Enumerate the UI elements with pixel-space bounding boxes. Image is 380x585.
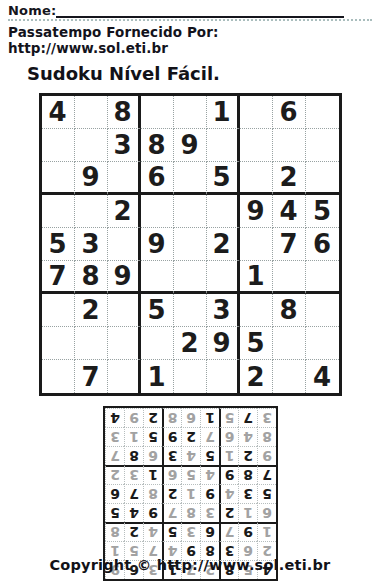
solution-cell: 9 <box>124 408 143 427</box>
solution-cell: 6 <box>200 522 219 541</box>
puzzle-cell[interactable]: 3 <box>207 294 240 327</box>
puzzle-cell[interactable]: 6 <box>273 96 306 129</box>
puzzle-cell[interactable] <box>273 360 306 393</box>
puzzle-cell[interactable] <box>174 162 207 195</box>
solution-cell: 8 <box>162 408 181 427</box>
solution-cell: 9 <box>200 484 219 503</box>
solution-cell: 7 <box>200 427 219 446</box>
solution-cell: 3 <box>238 484 257 503</box>
puzzle-cell[interactable] <box>174 294 207 327</box>
puzzle-cell[interactable] <box>240 129 273 162</box>
puzzle-cell[interactable] <box>240 228 273 261</box>
puzzle-cell[interactable] <box>141 96 174 129</box>
solution-cell: 6 <box>105 484 124 503</box>
puzzle-cell[interactable] <box>207 360 240 393</box>
puzzle-cell[interactable] <box>75 327 108 360</box>
puzzle-cell[interactable] <box>273 261 306 294</box>
puzzle-cell[interactable]: 3 <box>108 129 141 162</box>
puzzle-cell[interactable] <box>174 195 207 228</box>
page-header: Nome: Passatempo Fornecido Por: http://w… <box>0 0 380 56</box>
puzzle-cell[interactable] <box>42 195 75 228</box>
puzzle-cell[interactable]: 8 <box>273 294 306 327</box>
solution-cell: 6 <box>162 465 181 484</box>
puzzle-cell[interactable] <box>141 195 174 228</box>
solution-cell: 5 <box>162 522 181 541</box>
solution-cell: 8 <box>105 522 124 541</box>
puzzle-cell[interactable]: 9 <box>141 228 174 261</box>
solution-cell: 7 <box>162 503 181 522</box>
puzzle-cell[interactable] <box>108 162 141 195</box>
solution-cell: 7 <box>105 446 124 465</box>
solution-cell: 5 <box>105 503 124 522</box>
copyright-line: Copyright © http://www.sol.eti.br <box>0 557 380 573</box>
solution-cell: 6 <box>257 503 276 522</box>
puzzle-cell[interactable]: 6 <box>141 162 174 195</box>
solution-cell: 8 <box>238 465 257 484</box>
solution-cell: 8 <box>124 446 143 465</box>
puzzle-cell[interactable]: 2 <box>240 360 273 393</box>
solution-cell: 1 <box>219 446 238 465</box>
solution-cell: 4 <box>219 484 238 503</box>
puzzle-cell[interactable] <box>240 96 273 129</box>
puzzle-cell[interactable] <box>174 360 207 393</box>
puzzle-cell[interactable] <box>75 96 108 129</box>
puzzle-cell[interactable]: 8 <box>75 261 108 294</box>
solution-cell: 1 <box>257 522 276 541</box>
puzzle-cell[interactable] <box>207 129 240 162</box>
puzzle-cell[interactable] <box>306 162 339 195</box>
solution-cell: 6 <box>143 446 162 465</box>
dotted-divider <box>8 19 372 21</box>
solution-cell: 5 <box>257 484 276 503</box>
solution-cell: 2 <box>105 465 124 484</box>
puzzle-cell[interactable]: 2 <box>174 327 207 360</box>
solution-cell: 3 <box>257 408 276 427</box>
solution-cell: 4 <box>124 503 143 522</box>
solution-cell: 3 <box>124 465 143 484</box>
solution-cell: 1 <box>200 408 219 427</box>
solution-cell: 2 <box>162 484 181 503</box>
puzzle-cell[interactable] <box>141 327 174 360</box>
solution-cell: 9 <box>238 522 257 541</box>
puzzle-cell[interactable]: 1 <box>240 261 273 294</box>
puzzle-cell[interactable]: 9 <box>207 327 240 360</box>
sudoku-page: Nome: Passatempo Fornecido Por: http://w… <box>0 0 380 585</box>
solution-cell: 9 <box>143 503 162 522</box>
solution-cell: 7 <box>257 465 276 484</box>
puzzle-cell[interactable] <box>273 129 306 162</box>
puzzle-cell[interactable] <box>207 195 240 228</box>
solution-cell: 9 <box>162 427 181 446</box>
puzzle-cell[interactable]: 8 <box>108 96 141 129</box>
puzzle-cell[interactable] <box>240 294 273 327</box>
puzzle-cell[interactable]: 1 <box>207 96 240 129</box>
solution-cell: 8 <box>181 503 200 522</box>
solution-cell: 9 <box>257 446 276 465</box>
solution-cell: 7 <box>238 408 257 427</box>
solution-cell: 3 <box>105 427 124 446</box>
solution-cell: 4 <box>238 427 257 446</box>
puzzle-cell[interactable]: 4 <box>306 360 339 393</box>
name-fill-in-line[interactable] <box>56 3 344 18</box>
solution-cell: 2 <box>238 446 257 465</box>
puzzle-cell[interactable] <box>42 162 75 195</box>
puzzle-cell[interactable] <box>42 294 75 327</box>
puzzle-cell[interactable]: 9 <box>174 129 207 162</box>
provider-line: Passatempo Fornecido Por: http://www.sol… <box>8 24 372 56</box>
solution-cell: 7 <box>124 484 143 503</box>
puzzle-cell[interactable]: 2 <box>273 162 306 195</box>
solution-cell: 5 <box>143 427 162 446</box>
puzzle-cell[interactable]: 6 <box>306 228 339 261</box>
solution-cell: 6 <box>219 427 238 446</box>
name-label: Nome: <box>8 3 56 18</box>
puzzle-cell[interactable]: 5 <box>141 294 174 327</box>
puzzle-cell[interactable]: 4 <box>42 96 75 129</box>
solution-cell: 2 <box>219 503 238 522</box>
puzzle-cell[interactable] <box>42 360 75 393</box>
puzzle-cell[interactable]: 4 <box>273 195 306 228</box>
puzzle-cell[interactable] <box>141 261 174 294</box>
puzzle-cell[interactable] <box>306 294 339 327</box>
puzzle-cell[interactable]: 2 <box>75 294 108 327</box>
puzzle-cell[interactable]: 8 <box>141 129 174 162</box>
puzzle-cell[interactable] <box>174 96 207 129</box>
solution-cell: 3 <box>181 522 200 541</box>
puzzle-cell[interactable] <box>174 228 207 261</box>
sudoku-puzzle-board: 481638996522945539276789125382957124 <box>39 93 342 396</box>
puzzle-cell[interactable]: 5 <box>42 228 75 261</box>
solution-cell: 8 <box>257 427 276 446</box>
sudoku-solution-board-rotated: 4582713692638947511976354286123879455349… <box>103 406 278 581</box>
puzzle-cell[interactable] <box>108 327 141 360</box>
solution-cell: 4 <box>143 522 162 541</box>
puzzle-cell[interactable] <box>108 294 141 327</box>
puzzle-cell[interactable]: 2 <box>108 195 141 228</box>
puzzle-cell[interactable] <box>207 261 240 294</box>
solution-cell: 2 <box>181 427 200 446</box>
solution-cell: 1 <box>143 465 162 484</box>
puzzle-cell[interactable] <box>306 261 339 294</box>
solution-cell: 4 <box>105 408 124 427</box>
solution-cell: 5 <box>200 446 219 465</box>
puzzle-cell[interactable]: 9 <box>75 162 108 195</box>
solution-cell: 4 <box>200 465 219 484</box>
puzzle-cell[interactable] <box>240 162 273 195</box>
puzzle-cell[interactable]: 9 <box>108 261 141 294</box>
puzzle-cell[interactable] <box>108 228 141 261</box>
solution-cell: 5 <box>181 465 200 484</box>
puzzle-cell[interactable]: 7 <box>273 228 306 261</box>
puzzle-cell[interactable]: 5 <box>306 195 339 228</box>
solution-cell: 7 <box>219 522 238 541</box>
puzzle-cell[interactable]: 5 <box>240 327 273 360</box>
puzzle-cell[interactable]: 2 <box>207 228 240 261</box>
puzzle-cell[interactable] <box>75 129 108 162</box>
puzzle-cell[interactable]: 1 <box>141 360 174 393</box>
solution-cell: 3 <box>200 503 219 522</box>
puzzle-cell[interactable]: 3 <box>75 228 108 261</box>
solution-cell: 6 <box>181 408 200 427</box>
solution-cell: 8 <box>143 484 162 503</box>
puzzle-cell[interactable] <box>42 129 75 162</box>
puzzle-cell[interactable] <box>75 195 108 228</box>
solution-cell: 2 <box>143 408 162 427</box>
solution-cell: 9 <box>219 465 238 484</box>
solution-cell: 2 <box>124 522 143 541</box>
solution-cell: 1 <box>181 484 200 503</box>
puzzle-cell[interactable]: 9 <box>240 195 273 228</box>
puzzle-cell[interactable] <box>273 327 306 360</box>
name-row: Nome: <box>8 3 372 18</box>
puzzle-cell[interactable] <box>108 360 141 393</box>
puzzle-cell[interactable]: 7 <box>42 261 75 294</box>
solution-cell: 4 <box>181 446 200 465</box>
puzzle-cell[interactable]: 7 <box>75 360 108 393</box>
page-title: Sudoku Nível Fácil. <box>27 63 380 84</box>
solution-cell: 5 <box>219 408 238 427</box>
puzzle-cell[interactable] <box>42 327 75 360</box>
puzzle-cell[interactable]: 5 <box>207 162 240 195</box>
puzzle-cell[interactable] <box>174 261 207 294</box>
solution-cell: 1 <box>124 427 143 446</box>
puzzle-cell[interactable] <box>306 96 339 129</box>
solution-cell: 3 <box>162 446 181 465</box>
puzzle-cell[interactable] <box>306 327 339 360</box>
puzzle-cell[interactable] <box>306 129 339 162</box>
solution-cell: 1 <box>238 503 257 522</box>
